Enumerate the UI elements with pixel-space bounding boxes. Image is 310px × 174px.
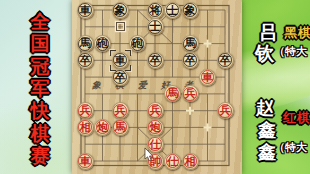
mouse-cursor [144, 148, 155, 162]
red-player-name-char: 鑫 [258, 143, 276, 161]
piece-red-chariot[interactable]: 車 [199, 69, 216, 86]
piece-red-chariot[interactable]: 車 [77, 153, 94, 170]
piece-red-soldier[interactable]: 兵 [147, 102, 164, 119]
banner-char: 军 [27, 78, 53, 98]
red-player-name-char: 赵 [256, 99, 274, 117]
banner-char: 国 [27, 33, 53, 53]
red-player-title: （特大 [274, 142, 307, 153]
piece-black-soldier[interactable]: 卒 [217, 52, 234, 69]
last-move-destination-marker [110, 50, 116, 56]
black-player-title: （特大 [274, 46, 307, 57]
banner-char: 快 [27, 100, 53, 120]
piece-black-chariot[interactable]: 車 [77, 2, 94, 19]
piece-black-general[interactable]: 将 [147, 2, 164, 19]
piece-red-soldier[interactable]: 兵 [112, 102, 129, 119]
event-title-banner: 全国冠军快棋赛 [27, 11, 53, 165]
piece-red-cannon[interactable]: 炮 [94, 119, 111, 136]
piece-red-elephant[interactable]: 相 [182, 153, 199, 170]
piece-red-elephant[interactable]: 相 [77, 119, 94, 136]
piece-red-horse[interactable]: 馬 [112, 119, 129, 136]
piece-black-elephant[interactable]: 象 [112, 2, 129, 19]
banner-char: 棋 [27, 123, 53, 143]
piece-red-cannon[interactable]: 炮 [147, 119, 164, 136]
black-player-name-char: 钦 [255, 44, 274, 63]
black-player-name-char: 吕 [259, 23, 278, 42]
piece-black-cannon[interactable]: 砲 [129, 35, 146, 52]
piece-black-elephant[interactable]: 象 [182, 2, 199, 19]
piece-black-advisor[interactable]: 士 [164, 2, 181, 19]
red-player-name-char: 鑫 [258, 121, 276, 139]
piece-black-soldier[interactable]: 卒 [182, 52, 199, 69]
piece-red-soldier[interactable]: 兵 [217, 102, 234, 119]
river-watermark-char: 爱 [138, 81, 147, 90]
banner-char: 全 [27, 11, 53, 31]
last-move-destination-marker [125, 50, 131, 56]
piece-black-horse[interactable]: 馬 [182, 35, 199, 52]
players-panel: 吕 黑棋 钦 （特大 赵 红棋 鑫 （特大 鑫 [243, 0, 310, 174]
piece-black-horse[interactable]: 馬 [77, 35, 94, 52]
last-move-destination-marker [110, 65, 116, 71]
piece-black-advisor[interactable]: 士 [147, 18, 164, 35]
piece-black-soldier[interactable]: 卒 [77, 52, 94, 69]
black-side-badge: 黑棋 [284, 26, 310, 39]
piece-red-soldier[interactable]: 兵 [77, 102, 94, 119]
piece-black-cannon[interactable]: 砲 [94, 35, 111, 52]
river-watermark-char: 象 [92, 81, 101, 90]
piece-black-soldier[interactable]: 卒 [147, 52, 164, 69]
last-move-destination-marker [125, 65, 131, 71]
red-side-badge: 红棋 [283, 111, 310, 124]
banner-char: 冠 [27, 56, 53, 76]
screenshot-root: 全国冠军快棋赛 象棋爱好者 車象将士象士馬砲砲馬卒車卒卒卒卒車馬兵兵兵兵兵相炮馬… [0, 0, 310, 174]
banner-char: 赛 [27, 145, 53, 165]
piece-red-advisor[interactable]: 仕 [164, 153, 181, 170]
xiangqi-board[interactable]: 象棋爱好者 車象将士象士馬砲砲馬卒車卒卒卒卒車馬兵兵兵兵兵相炮馬炮仕車帥仕相 [72, 0, 242, 174]
last-move-origin-marker [116, 22, 125, 31]
piece-red-soldier[interactable]: 兵 [182, 85, 199, 102]
